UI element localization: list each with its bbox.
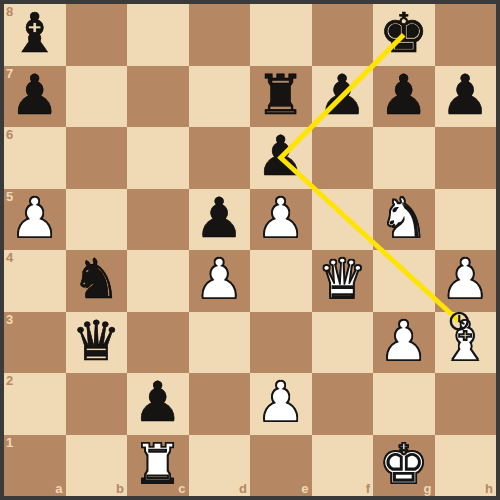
square-f8[interactable] bbox=[312, 4, 374, 66]
square-c1[interactable]: c♜ bbox=[127, 435, 189, 497]
white-pawn[interactable]: ♟ bbox=[10, 191, 59, 246]
file-label-b: b bbox=[116, 481, 124, 496]
square-f1[interactable]: f bbox=[312, 435, 374, 497]
square-g4[interactable] bbox=[373, 250, 435, 312]
square-e1[interactable]: e bbox=[250, 435, 312, 497]
square-d7[interactable] bbox=[189, 66, 251, 128]
black-pawn[interactable]: ♟ bbox=[318, 68, 367, 123]
square-e5[interactable]: ♟ bbox=[250, 189, 312, 251]
black-pawn[interactable]: ♟ bbox=[256, 129, 305, 184]
square-d6[interactable] bbox=[189, 127, 251, 189]
file-label-f: f bbox=[366, 481, 370, 496]
square-g3[interactable]: ♟ bbox=[373, 312, 435, 374]
file-label-d: d bbox=[239, 481, 247, 496]
white-king[interactable]: ♚ bbox=[379, 437, 428, 492]
white-pawn[interactable]: ♟ bbox=[195, 252, 244, 307]
square-h1[interactable]: h bbox=[435, 435, 497, 497]
square-h2[interactable] bbox=[435, 373, 497, 435]
square-f5[interactable] bbox=[312, 189, 374, 251]
square-d8[interactable] bbox=[189, 4, 251, 66]
square-f4[interactable]: ♛ bbox=[312, 250, 374, 312]
rank-label-1: 1 bbox=[6, 435, 13, 450]
rank-label-3: 3 bbox=[6, 312, 13, 327]
white-pawn[interactable]: ♟ bbox=[256, 375, 305, 430]
square-g7[interactable]: ♟ bbox=[373, 66, 435, 128]
square-b3[interactable]: ♛ bbox=[66, 312, 128, 374]
square-a7[interactable]: 7♟ bbox=[4, 66, 66, 128]
square-f3[interactable] bbox=[312, 312, 374, 374]
rank-label-2: 2 bbox=[6, 373, 13, 388]
square-a3[interactable]: 3 bbox=[4, 312, 66, 374]
square-b4[interactable]: ♞ bbox=[66, 250, 128, 312]
square-f6[interactable] bbox=[312, 127, 374, 189]
square-h3[interactable]: ♝ bbox=[435, 312, 497, 374]
white-pawn[interactable]: ♟ bbox=[256, 191, 305, 246]
chess-board-frame: 8♝♚7♟♜♟♟♟6♟5♟♟♟♞4♞♟♛♟3♛♟♝2♟♟1abc♜defg♚h bbox=[0, 0, 500, 500]
black-queen[interactable]: ♛ bbox=[72, 314, 121, 369]
board: 8♝♚7♟♜♟♟♟6♟5♟♟♟♞4♞♟♛♟3♛♟♝2♟♟1abc♜defg♚h bbox=[4, 4, 496, 496]
black-pawn[interactable]: ♟ bbox=[133, 375, 182, 430]
square-b5[interactable] bbox=[66, 189, 128, 251]
square-a2[interactable]: 2 bbox=[4, 373, 66, 435]
file-label-a: a bbox=[55, 481, 62, 496]
square-d5[interactable]: ♟ bbox=[189, 189, 251, 251]
square-h7[interactable]: ♟ bbox=[435, 66, 497, 128]
black-pawn[interactable]: ♟ bbox=[10, 68, 59, 123]
black-bishop[interactable]: ♝ bbox=[10, 6, 59, 61]
square-d3[interactable] bbox=[189, 312, 251, 374]
square-e7[interactable]: ♜ bbox=[250, 66, 312, 128]
square-g1[interactable]: g♚ bbox=[373, 435, 435, 497]
square-e6[interactable]: ♟ bbox=[250, 127, 312, 189]
black-pawn[interactable]: ♟ bbox=[441, 68, 490, 123]
white-pawn[interactable]: ♟ bbox=[441, 252, 490, 307]
square-c2[interactable]: ♟ bbox=[127, 373, 189, 435]
white-rook[interactable]: ♜ bbox=[133, 437, 182, 492]
square-b8[interactable] bbox=[66, 4, 128, 66]
square-c6[interactable] bbox=[127, 127, 189, 189]
square-h5[interactable] bbox=[435, 189, 497, 251]
square-b1[interactable]: b bbox=[66, 435, 128, 497]
square-a6[interactable]: 6 bbox=[4, 127, 66, 189]
square-g2[interactable] bbox=[373, 373, 435, 435]
square-h4[interactable]: ♟ bbox=[435, 250, 497, 312]
rank-label-4: 4 bbox=[6, 250, 13, 265]
square-h6[interactable] bbox=[435, 127, 497, 189]
black-knight[interactable]: ♞ bbox=[72, 252, 121, 307]
square-d1[interactable]: d bbox=[189, 435, 251, 497]
white-pawn[interactable]: ♟ bbox=[379, 314, 428, 369]
square-a1[interactable]: 1a bbox=[4, 435, 66, 497]
white-bishop[interactable]: ♝ bbox=[441, 314, 490, 369]
square-d4[interactable]: ♟ bbox=[189, 250, 251, 312]
square-c8[interactable] bbox=[127, 4, 189, 66]
square-a5[interactable]: 5♟ bbox=[4, 189, 66, 251]
square-e2[interactable]: ♟ bbox=[250, 373, 312, 435]
square-g8[interactable]: ♚ bbox=[373, 4, 435, 66]
square-d2[interactable] bbox=[189, 373, 251, 435]
square-b7[interactable] bbox=[66, 66, 128, 128]
black-pawn[interactable]: ♟ bbox=[195, 191, 244, 246]
square-c7[interactable] bbox=[127, 66, 189, 128]
square-f2[interactable] bbox=[312, 373, 374, 435]
black-rook[interactable]: ♜ bbox=[256, 68, 305, 123]
square-g5[interactable]: ♞ bbox=[373, 189, 435, 251]
square-e8[interactable] bbox=[250, 4, 312, 66]
square-f7[interactable]: ♟ bbox=[312, 66, 374, 128]
square-c3[interactable] bbox=[127, 312, 189, 374]
file-label-e: e bbox=[301, 481, 308, 496]
square-g6[interactable] bbox=[373, 127, 435, 189]
square-a4[interactable]: 4 bbox=[4, 250, 66, 312]
square-h8[interactable] bbox=[435, 4, 497, 66]
square-c5[interactable] bbox=[127, 189, 189, 251]
square-a8[interactable]: 8♝ bbox=[4, 4, 66, 66]
file-label-h: h bbox=[485, 481, 493, 496]
black-king[interactable]: ♚ bbox=[379, 6, 428, 61]
square-b6[interactable] bbox=[66, 127, 128, 189]
square-c4[interactable] bbox=[127, 250, 189, 312]
rank-label-6: 6 bbox=[6, 127, 13, 142]
black-pawn[interactable]: ♟ bbox=[379, 68, 428, 123]
white-knight[interactable]: ♞ bbox=[379, 191, 428, 246]
square-e3[interactable] bbox=[250, 312, 312, 374]
white-queen[interactable]: ♛ bbox=[318, 252, 367, 307]
square-e4[interactable] bbox=[250, 250, 312, 312]
square-b2[interactable] bbox=[66, 373, 128, 435]
